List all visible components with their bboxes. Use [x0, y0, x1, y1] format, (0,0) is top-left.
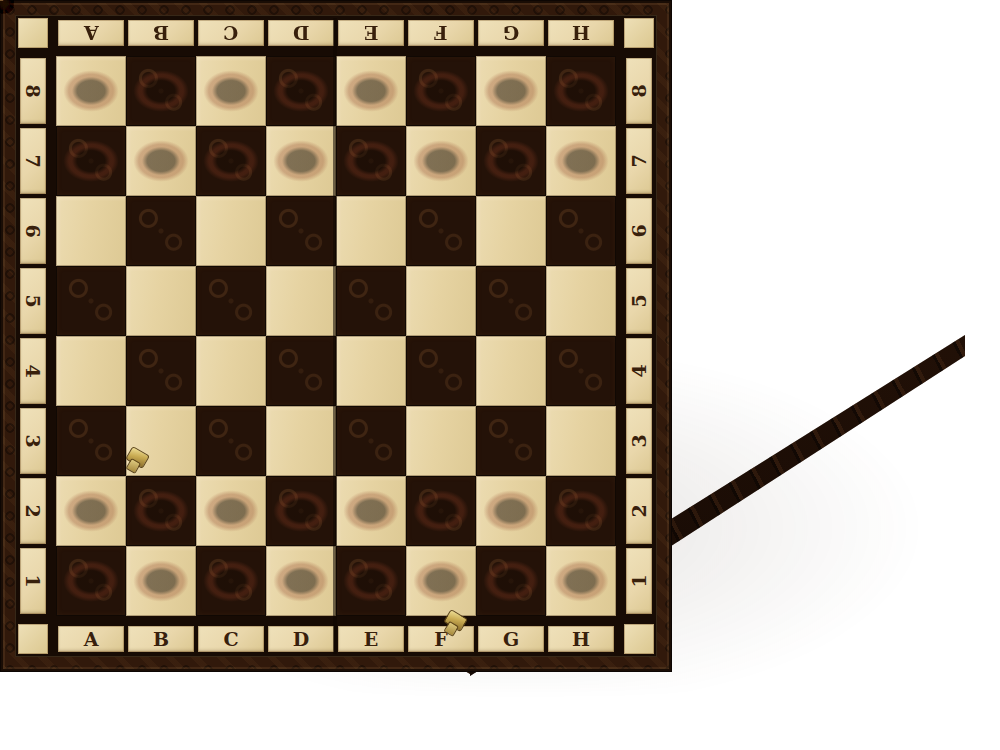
square-d2[interactable]	[266, 476, 336, 546]
piece-shadow	[133, 560, 189, 602]
rank-label-1: 1	[626, 548, 652, 614]
square-d5[interactable]	[266, 266, 336, 336]
coord-text: 3	[22, 434, 44, 447]
file-label-h: H	[548, 626, 614, 652]
piece-shadow	[133, 140, 189, 182]
piece-shadow	[413, 70, 469, 112]
square-f2[interactable]	[406, 476, 476, 546]
rank-label-5: 5	[626, 268, 652, 334]
coord-text: 6	[22, 224, 44, 237]
rank-label-7: 7	[20, 128, 46, 194]
square-c2[interactable]	[196, 476, 266, 546]
coord-text: F	[434, 22, 448, 44]
coord-text: 8	[628, 84, 650, 97]
square-h3[interactable]	[546, 406, 616, 476]
rank-label-6: 6	[626, 198, 652, 264]
square-h4[interactable]	[546, 336, 616, 406]
rank-label-4: 4	[20, 338, 46, 404]
coord-text: G	[503, 628, 519, 650]
square-h7[interactable]	[546, 126, 616, 196]
rank-label-2: 2	[626, 478, 652, 544]
coord-text: 7	[628, 154, 650, 167]
square-e4[interactable]	[336, 336, 406, 406]
coord-text: G	[503, 22, 519, 44]
rank-label-3: 3	[20, 408, 46, 474]
square-a2[interactable]	[56, 476, 126, 546]
piece-shadow	[553, 70, 609, 112]
piece-shadow	[273, 70, 329, 112]
piece-shadow	[203, 560, 259, 602]
file-label-a: A	[58, 626, 124, 652]
piece-shadow	[203, 70, 259, 112]
piece-shadow	[483, 140, 539, 182]
square-c4[interactable]	[196, 336, 266, 406]
piece-shadow	[203, 140, 259, 182]
square-d8[interactable]	[266, 56, 336, 126]
piece-shadow	[63, 490, 119, 532]
coord-text: 4	[628, 364, 650, 377]
piece-shadow	[343, 140, 399, 182]
square-b8[interactable]	[126, 56, 196, 126]
piece-shadow	[413, 560, 469, 602]
rank-label-5: 5	[20, 268, 46, 334]
square-e5[interactable]	[336, 266, 406, 336]
square-e8[interactable]	[336, 56, 406, 126]
square-g8[interactable]	[476, 56, 546, 126]
coord-text: 4	[22, 364, 44, 377]
rank-labels-left: 87654321	[18, 56, 48, 616]
square-f6[interactable]	[406, 196, 476, 266]
square-f8[interactable]	[406, 56, 476, 126]
file-label-d: D	[268, 20, 334, 46]
square-h8[interactable]	[546, 56, 616, 126]
chess-board: ABCDEFGH ABCDEFGH 87654321 87654321	[0, 0, 672, 672]
fold-seam	[333, 18, 337, 654]
piece-shadow	[63, 140, 119, 182]
square-d1[interactable]	[266, 546, 336, 616]
square-e7[interactable]	[336, 126, 406, 196]
square-f1[interactable]	[406, 546, 476, 616]
coord-text: D	[293, 22, 309, 44]
coord-text: A	[84, 628, 99, 650]
rank-label-3: 3	[626, 408, 652, 474]
square-a4[interactable]	[56, 336, 126, 406]
file-label-b: B	[128, 20, 194, 46]
piece-shadow	[483, 560, 539, 602]
square-h2[interactable]	[546, 476, 616, 546]
rank-label-1: 1	[20, 548, 46, 614]
rank-label-6: 6	[20, 198, 46, 264]
piece-shadow	[203, 490, 259, 532]
piece-shadow	[413, 490, 469, 532]
frame-corner	[18, 624, 48, 654]
file-label-b: B	[128, 626, 194, 652]
frame-corner	[624, 624, 654, 654]
piece-shadow	[63, 70, 119, 112]
piece-shadow	[413, 140, 469, 182]
coord-text: D	[293, 628, 309, 650]
piece-shadow	[553, 560, 609, 602]
coord-text: C	[223, 628, 238, 650]
file-label-e: E	[338, 626, 404, 652]
square-g7[interactable]	[476, 126, 546, 196]
square-b6[interactable]	[126, 196, 196, 266]
coord-text: 3	[628, 434, 650, 447]
coord-text: 1	[628, 574, 650, 587]
file-label-e: E	[338, 20, 404, 46]
file-label-f: F	[408, 626, 474, 652]
rank-label-8: 8	[20, 58, 46, 124]
frame-corner	[18, 18, 48, 48]
file-label-a: A	[58, 20, 124, 46]
piece-shadow	[273, 560, 329, 602]
coord-text: H	[572, 22, 590, 44]
square-b2[interactable]	[126, 476, 196, 546]
square-f4[interactable]	[406, 336, 476, 406]
square-b5[interactable]	[126, 266, 196, 336]
coord-text: C	[223, 22, 238, 44]
coord-text: 7	[22, 154, 44, 167]
coord-text: 8	[22, 84, 44, 97]
square-b4[interactable]	[126, 336, 196, 406]
file-label-g: G	[478, 626, 544, 652]
square-h5[interactable]	[546, 266, 616, 336]
file-label-d: D	[268, 626, 334, 652]
square-b1[interactable]	[126, 546, 196, 616]
piece-shadow	[483, 70, 539, 112]
piece-shadow	[133, 70, 189, 112]
rank-labels-right: 87654321	[624, 56, 654, 616]
file-label-c: C	[198, 626, 264, 652]
square-c1[interactable]	[196, 546, 266, 616]
frame-corner	[624, 18, 654, 48]
square-e3[interactable]	[336, 406, 406, 476]
square-e2[interactable]	[336, 476, 406, 546]
piece-shadow	[63, 560, 119, 602]
coord-text: 1	[22, 574, 44, 587]
square-h6[interactable]	[546, 196, 616, 266]
file-label-c: C	[198, 20, 264, 46]
square-f3[interactable]	[406, 406, 476, 476]
square-c7[interactable]	[196, 126, 266, 196]
square-d6[interactable]	[266, 196, 336, 266]
chess-set-photo: ABCDEFGH ABCDEFGH 87654321 87654321 ♜♞♝♛…	[0, 0, 1000, 750]
square-b7[interactable]	[126, 126, 196, 196]
rank-label-4: 4	[626, 338, 652, 404]
coord-text: 5	[22, 294, 44, 307]
piece-shadow	[343, 560, 399, 602]
coord-text: H	[572, 628, 590, 650]
coord-text: B	[153, 22, 169, 44]
piece-shadow	[553, 140, 609, 182]
square-d7[interactable]	[266, 126, 336, 196]
file-label-h: H	[548, 20, 614, 46]
square-g1[interactable]	[476, 546, 546, 616]
square-d3[interactable]	[266, 406, 336, 476]
square-a8[interactable]	[56, 56, 126, 126]
square-g2[interactable]	[476, 476, 546, 546]
piece-shadow	[273, 490, 329, 532]
square-f7[interactable]	[406, 126, 476, 196]
square-a6[interactable]	[56, 196, 126, 266]
piece-shadow	[553, 490, 609, 532]
square-e6[interactable]	[336, 196, 406, 266]
square-a7[interactable]	[56, 126, 126, 196]
square-a1[interactable]	[56, 546, 126, 616]
rank-label-7: 7	[626, 128, 652, 194]
piece-shadow	[343, 70, 399, 112]
coord-text: 2	[628, 504, 650, 517]
rank-label-2: 2	[20, 478, 46, 544]
square-g4[interactable]	[476, 336, 546, 406]
file-label-f: F	[408, 20, 474, 46]
coord-text: E	[364, 628, 378, 650]
piece-shadow	[343, 490, 399, 532]
square-c6[interactable]	[196, 196, 266, 266]
piece-shadow	[133, 490, 189, 532]
square-g6[interactable]	[476, 196, 546, 266]
square-c3[interactable]	[196, 406, 266, 476]
square-f5[interactable]	[406, 266, 476, 336]
square-e1[interactable]	[336, 546, 406, 616]
square-g5[interactable]	[476, 266, 546, 336]
square-a5[interactable]	[56, 266, 126, 336]
piece-shadow	[273, 140, 329, 182]
coord-text: 5	[628, 294, 650, 307]
square-d4[interactable]	[266, 336, 336, 406]
square-c8[interactable]	[196, 56, 266, 126]
file-label-g: G	[478, 20, 544, 46]
piece-shadow	[483, 490, 539, 532]
coord-text: B	[153, 628, 169, 650]
rank-label-8: 8	[626, 58, 652, 124]
square-a3[interactable]	[56, 406, 126, 476]
coord-text: E	[364, 22, 378, 44]
square-g3[interactable]	[476, 406, 546, 476]
coord-text: A	[84, 22, 99, 44]
square-c5[interactable]	[196, 266, 266, 336]
square-h1[interactable]	[546, 546, 616, 616]
coord-text: 2	[22, 504, 44, 517]
coord-text: 6	[628, 224, 650, 237]
